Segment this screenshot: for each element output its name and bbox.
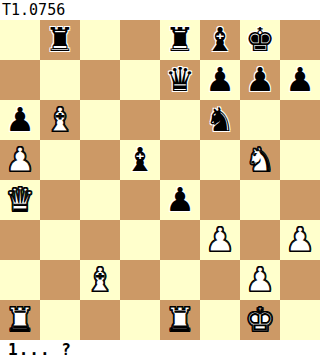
square-b3[interactable]: [40, 220, 80, 260]
square-a3[interactable]: [0, 220, 40, 260]
square-b6[interactable]: ♝: [40, 100, 80, 140]
white-king-g1[interactable]: ♚: [245, 300, 275, 340]
square-f2[interactable]: [200, 260, 240, 300]
square-d4[interactable]: [120, 180, 160, 220]
square-f4[interactable]: [200, 180, 240, 220]
square-d8[interactable]: [120, 20, 160, 60]
square-h7[interactable]: ♟: [280, 60, 320, 100]
square-h3[interactable]: ♟: [280, 220, 320, 260]
square-b4[interactable]: [40, 180, 80, 220]
square-e8[interactable]: ♜: [160, 20, 200, 60]
black-rook-e8[interactable]: ♜: [165, 20, 195, 60]
white-knight-g5[interactable]: ♞: [245, 140, 275, 180]
square-h5[interactable]: [280, 140, 320, 180]
square-g2[interactable]: ♟: [240, 260, 280, 300]
square-h6[interactable]: [280, 100, 320, 140]
square-d1[interactable]: [120, 300, 160, 340]
move-prompt: 1... ?: [0, 340, 320, 360]
square-a6[interactable]: ♟: [0, 100, 40, 140]
white-pawn-h3[interactable]: ♟: [285, 220, 315, 260]
square-a4[interactable]: ♛: [0, 180, 40, 220]
square-c7[interactable]: [80, 60, 120, 100]
chess-board: ♜♜♝♚♛♟♟♟♟♝♞♟♝♞♛♟♟♟♝♟♜♜♚: [0, 20, 320, 340]
white-rook-e1[interactable]: ♜: [165, 300, 195, 340]
square-d6[interactable]: [120, 100, 160, 140]
square-a2[interactable]: [0, 260, 40, 300]
square-c4[interactable]: [80, 180, 120, 220]
square-f5[interactable]: [200, 140, 240, 180]
square-f7[interactable]: ♟: [200, 60, 240, 100]
square-b5[interactable]: [40, 140, 80, 180]
square-g8[interactable]: ♚: [240, 20, 280, 60]
square-g5[interactable]: ♞: [240, 140, 280, 180]
black-rook-b8[interactable]: ♜: [45, 20, 75, 60]
black-pawn-g7[interactable]: ♟: [245, 60, 275, 100]
square-c1[interactable]: [80, 300, 120, 340]
square-b2[interactable]: [40, 260, 80, 300]
square-e3[interactable]: [160, 220, 200, 260]
square-g1[interactable]: ♚: [240, 300, 280, 340]
square-g3[interactable]: [240, 220, 280, 260]
black-bishop-d5[interactable]: ♝: [125, 140, 155, 180]
black-knight-f6[interactable]: ♞: [205, 100, 235, 140]
square-h1[interactable]: [280, 300, 320, 340]
black-pawn-f7[interactable]: ♟: [205, 60, 235, 100]
square-f8[interactable]: ♝: [200, 20, 240, 60]
white-pawn-f3[interactable]: ♟: [205, 220, 235, 260]
square-c8[interactable]: [80, 20, 120, 60]
square-e4[interactable]: ♟: [160, 180, 200, 220]
white-pawn-g2[interactable]: ♟: [245, 260, 275, 300]
square-c5[interactable]: [80, 140, 120, 180]
square-b1[interactable]: [40, 300, 80, 340]
square-a7[interactable]: [0, 60, 40, 100]
square-a5[interactable]: ♟: [0, 140, 40, 180]
square-e2[interactable]: [160, 260, 200, 300]
black-pawn-h7[interactable]: ♟: [285, 60, 315, 100]
square-a1[interactable]: ♜: [0, 300, 40, 340]
square-g7[interactable]: ♟: [240, 60, 280, 100]
square-f6[interactable]: ♞: [200, 100, 240, 140]
square-h2[interactable]: [280, 260, 320, 300]
square-c6[interactable]: [80, 100, 120, 140]
square-c2[interactable]: ♝: [80, 260, 120, 300]
black-queen-e7[interactable]: ♛: [165, 60, 195, 100]
square-g4[interactable]: [240, 180, 280, 220]
square-e7[interactable]: ♛: [160, 60, 200, 100]
black-bishop-f8[interactable]: ♝: [205, 20, 235, 60]
square-e1[interactable]: ♜: [160, 300, 200, 340]
square-c3[interactable]: [80, 220, 120, 260]
square-b7[interactable]: [40, 60, 80, 100]
square-f1[interactable]: [200, 300, 240, 340]
puzzle-id-label: T1.0756: [0, 0, 320, 20]
white-queen-a4[interactable]: ♛: [5, 180, 35, 220]
square-d2[interactable]: [120, 260, 160, 300]
white-bishop-b6[interactable]: ♝: [45, 100, 75, 140]
square-e5[interactable]: [160, 140, 200, 180]
square-a8[interactable]: [0, 20, 40, 60]
square-b8[interactable]: ♜: [40, 20, 80, 60]
black-pawn-e4[interactable]: ♟: [165, 180, 195, 220]
square-f3[interactable]: ♟: [200, 220, 240, 260]
square-d7[interactable]: [120, 60, 160, 100]
white-pawn-a5[interactable]: ♟: [5, 140, 35, 180]
square-d3[interactable]: [120, 220, 160, 260]
chess-puzzle-screen: T1.0756 ♜♜♝♚♛♟♟♟♟♝♞♟♝♞♛♟♟♟♝♟♜♜♚ 1... ?: [0, 0, 320, 360]
square-e6[interactable]: [160, 100, 200, 140]
black-king-g8[interactable]: ♚: [245, 20, 275, 60]
square-d5[interactable]: ♝: [120, 140, 160, 180]
square-h4[interactable]: [280, 180, 320, 220]
white-bishop-c2[interactable]: ♝: [85, 260, 115, 300]
white-rook-a1[interactable]: ♜: [5, 300, 35, 340]
square-h8[interactable]: [280, 20, 320, 60]
black-pawn-a6[interactable]: ♟: [5, 100, 35, 140]
square-g6[interactable]: [240, 100, 280, 140]
